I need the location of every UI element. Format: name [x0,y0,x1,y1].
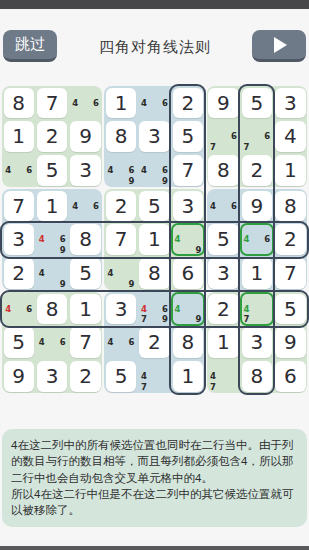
candidates: 49 [172,224,203,256]
play-button[interactable] [252,30,306,62]
cell-r2c3[interactable]: 9 [69,120,102,154]
candidates: 46 [105,327,136,359]
cell-r7c4[interactable]: 3 [104,292,137,326]
given-number: 5 [4,327,34,358]
cell-r8c1[interactable]: 5 [2,326,35,360]
candidate-4: 4 [172,234,182,245]
candidate-9: 9 [193,245,203,256]
cell-r1c7[interactable]: 9 [207,86,240,120]
candidate-6: 6 [160,165,170,176]
cell-r3c9[interactable]: 1 [274,153,307,187]
candidates: 49 [105,257,136,289]
candidates: 469 [139,154,170,186]
candidates: 47 [241,293,272,325]
cell-r5c7[interactable]: 5 [207,223,240,257]
candidate-7: 7 [241,142,251,153]
cell-r7c3[interactable]: 1 [69,292,102,326]
given-number: 2 [275,224,305,255]
given-number: 2 [173,88,203,119]
cell-r9c5[interactable]: 47 [138,359,171,393]
cell-r7c9[interactable]: 5 [274,292,307,326]
cell-r6c1[interactable]: 2 [2,256,35,290]
lesson-title: 四角对角线法则 [60,38,250,57]
cell-r2c9[interactable]: 4 [274,120,307,154]
given-number: 8 [106,121,136,152]
given-number: 3 [4,224,34,255]
cell-r4c6[interactable]: 3 [171,189,204,223]
cell-r8c6[interactable]: 8 [171,326,204,360]
candidate-7: 7 [241,314,251,325]
cell-r3c3[interactable]: 3 [69,153,102,187]
given-number: 2 [4,258,34,289]
cell-r4c9[interactable]: 8 [274,189,307,223]
given-number: 8 [208,155,238,186]
candidate-4: 4 [208,371,218,382]
candidates: 46 [208,190,239,222]
given-number: 1 [106,88,136,119]
box-1: 87461294653 [2,86,102,187]
candidates: 4679 [139,293,170,325]
cell-r1c8[interactable]: 5 [240,86,273,120]
given-number: 7 [106,224,136,255]
candidate-9: 9 [57,245,67,256]
cell-r2c2[interactable]: 2 [35,120,68,154]
candidates: 47 [139,360,170,392]
candidate-9: 9 [160,175,170,186]
cell-r3c8[interactable]: 2 [240,153,273,187]
cell-r2c5[interactable]: 3 [138,120,171,154]
candidate-6: 6 [160,304,170,315]
candidate-6: 6 [57,337,67,348]
cell-r8c2[interactable]: 46 [35,326,68,360]
cell-r7c5[interactable]: 4679 [138,292,171,326]
cell-r6c6[interactable]: 6 [171,256,204,290]
given-number: 3 [242,327,272,358]
cell-r7c7[interactable]: 2 [207,292,240,326]
given-number: 7 [275,258,305,289]
cell-r3c1[interactable]: 46 [2,153,35,187]
given-number: 9 [4,361,34,392]
candidates: 67 [208,121,239,153]
candidate-6: 6 [126,337,136,348]
given-number: 8 [70,224,100,255]
given-number: 7 [173,155,203,186]
cell-r2c7[interactable]: 67 [207,120,240,154]
candidate-4: 4 [172,304,182,315]
given-number: 1 [242,258,272,289]
candidates: 46 [3,154,34,186]
cell-r9c2[interactable]: 3 [35,359,68,393]
given-number: 3 [173,191,203,222]
cell-r3c6[interactable]: 7 [171,153,204,187]
cell-r6c3[interactable]: 5 [69,256,102,290]
cell-r1c3[interactable]: 46 [69,86,102,120]
given-number: 5 [37,155,67,186]
cell-r6c7[interactable]: 3 [207,256,240,290]
candidate-7: 7 [139,314,149,325]
candidates: 46 [70,190,101,222]
cell-r3c5[interactable]: 469 [138,153,171,187]
candidates: 46 [241,224,272,256]
candidate-6: 6 [160,98,170,109]
cell-r2c4[interactable]: 8 [104,120,137,154]
cell-r8c4[interactable]: 46 [104,326,137,360]
cell-r4c8[interactable]: 9 [240,189,273,223]
candidate-9: 9 [160,314,170,325]
candidate-9: 9 [193,314,203,325]
cell-r5c3[interactable]: 8 [69,223,102,257]
cell-r9c8[interactable]: 8 [240,359,273,393]
given-number: 5 [173,121,203,152]
candidates: 469 [105,154,136,186]
cell-r6c9[interactable]: 7 [274,256,307,290]
given-number: 9 [242,191,272,222]
given-number: 9 [275,327,305,358]
cell-r5c5[interactable]: 1 [138,223,171,257]
cell-r4c3[interactable]: 46 [69,189,102,223]
candidate-6: 6 [229,201,239,212]
skip-button[interactable]: 跳过 [3,30,57,62]
candidate-6: 6 [91,98,101,109]
given-number: 8 [139,258,169,289]
given-number: 5 [275,294,305,325]
box-7: 46815467932 [2,292,102,393]
cell-r1c1[interactable]: 8 [2,86,35,120]
candidates: 47 [208,360,239,392]
sudoku-board: 8746129465314628354694697953676748217146… [2,86,307,393]
given-number: 1 [37,191,67,222]
candidates: 46 [3,293,34,325]
candidate-4: 4 [208,201,218,212]
box-8: 346794946285471 [104,292,204,393]
candidates: 49 [172,293,203,325]
candidate-6: 6 [229,131,239,142]
box-6: 46985462317 [207,189,307,290]
box-5: 25371494986 [104,189,204,290]
cell-r5c1[interactable]: 3 [2,223,35,257]
given-number: 1 [139,224,169,255]
given-number: 2 [37,121,67,152]
given-number: 3 [139,121,169,152]
given-number: 8 [173,327,203,358]
candidate-6: 6 [126,165,136,176]
candidate-4: 4 [105,268,115,279]
cell-r1c2[interactable]: 7 [35,86,68,120]
cell-r4c1[interactable]: 7 [2,189,35,223]
candidate-4: 4 [70,201,80,212]
given-number: 5 [106,361,136,392]
cell-r9c3[interactable]: 2 [69,359,102,393]
candidates: 46 [36,327,67,359]
candidates: 49 [36,257,67,289]
given-number: 8 [242,361,272,392]
candidate-4: 4 [241,234,251,245]
cell-r2c6[interactable]: 5 [171,120,204,154]
cell-r6c8[interactable]: 1 [240,256,273,290]
given-number: 1 [208,327,238,358]
cell-r7c1[interactable]: 46 [2,292,35,326]
cell-r7c8[interactable]: 47 [240,292,273,326]
candidate-4: 4 [36,234,46,245]
cell-r4c7[interactable]: 46 [207,189,240,223]
cell-r8c5[interactable]: 2 [138,326,171,360]
given-number: 5 [208,224,238,255]
given-number: 3 [208,258,238,289]
cell-r2c8[interactable]: 67 [240,120,273,154]
given-number: 2 [106,191,136,222]
given-number: 4 [275,121,305,152]
box-3: 95367674821 [207,86,307,187]
cell-r5c4[interactable]: 7 [104,223,137,257]
cell-r1c9[interactable]: 3 [274,86,307,120]
given-number: 6 [173,258,203,289]
cell-r8c3[interactable]: 7 [69,326,102,360]
box-4: 7146346982495 [2,189,102,290]
given-number: 7 [70,327,100,358]
candidates: 46 [139,87,170,119]
cell-r9c1[interactable]: 9 [2,359,35,393]
given-number: 1 [4,121,34,152]
given-number: 8 [4,88,34,119]
candidate-4: 4 [70,98,80,109]
candidate-6: 6 [24,165,34,176]
cell-r8c9[interactable]: 9 [274,326,307,360]
cell-r3c4[interactable]: 469 [104,153,137,187]
cell-r4c4[interactable]: 2 [104,189,137,223]
candidate-6: 6 [91,201,101,212]
candidate-4: 4 [139,371,149,382]
candidate-4: 4 [105,165,115,176]
candidates: 46 [70,87,101,119]
cell-r8c7[interactable]: 1 [207,326,240,360]
candidates: 469 [36,224,67,256]
given-number: 2 [70,361,100,392]
explanation-paragraph-2: 所以4在这二行中但是不在这二列中的其它候选位置就可以被移除了。 [11,486,298,519]
cell-r9c7[interactable]: 47 [207,359,240,393]
candidate-4: 4 [3,304,13,315]
candidate-4: 4 [241,304,251,315]
candidate-4: 4 [139,165,149,176]
candidate-4: 4 [3,165,13,176]
candidate-9: 9 [126,175,136,186]
cell-r1c6[interactable]: 2 [171,86,204,120]
cell-r5c9[interactable]: 2 [274,223,307,257]
given-number: 5 [242,88,272,119]
candidate-4: 4 [139,304,149,315]
cell-r3c7[interactable]: 8 [207,153,240,187]
candidate-6: 6 [262,234,272,245]
cell-r6c2[interactable]: 49 [35,256,68,290]
given-number: 5 [139,191,169,222]
given-number: 3 [70,155,100,186]
candidate-6: 6 [262,131,272,142]
cell-r2c1[interactable]: 1 [2,120,35,154]
cell-r7c2[interactable]: 8 [35,292,68,326]
given-number: 6 [275,361,305,392]
box-9: 24751394786 [207,292,307,393]
given-number: 1 [275,155,305,186]
candidate-9: 9 [57,278,67,289]
cell-r4c2[interactable]: 1 [35,189,68,223]
cell-r6c4[interactable]: 49 [104,256,137,290]
given-number: 9 [208,88,238,119]
given-number: 2 [139,327,169,358]
cell-r9c4[interactable]: 5 [104,359,137,393]
candidate-4: 4 [36,268,46,279]
given-number: 7 [4,191,34,222]
explanation-panel: 4在这二列中的所有候选位置也同时在二行当中。由于列的数目与行的数目相等，而且每列… [2,429,307,527]
given-number: 3 [275,88,305,119]
given-number: 2 [242,155,272,186]
given-number: 9 [70,121,100,152]
given-number: 5 [70,258,100,289]
given-number: 3 [106,294,136,325]
cell-r9c6[interactable]: 1 [171,359,204,393]
cell-r3c2[interactable]: 5 [35,153,68,187]
explanation-paragraph-1: 4在这二列中的所有候选位置也同时在二行当中。由于列的数目与行的数目相等，而且每列… [11,437,298,486]
cell-r5c2[interactable]: 469 [35,223,68,257]
cell-r7c6[interactable]: 49 [171,292,204,326]
candidate-9: 9 [126,278,136,289]
cell-r5c8[interactable]: 46 [240,223,273,257]
candidate-7: 7 [208,142,218,153]
cell-r1c5[interactable]: 46 [138,86,171,120]
cell-r6c5[interactable]: 8 [138,256,171,290]
candidate-6: 6 [24,304,34,315]
candidate-6: 6 [57,234,67,245]
candidate-7: 7 [208,381,218,392]
cell-r1c4[interactable]: 1 [104,86,137,120]
candidate-4: 4 [36,337,46,348]
cell-r4c5[interactable]: 5 [138,189,171,223]
candidate-4: 4 [139,98,149,109]
candidates: 67 [241,121,272,153]
given-number: 2 [208,294,238,325]
cell-r5c6[interactable]: 49 [171,223,204,257]
box-2: 14628354694697 [104,86,204,187]
play-icon [274,37,287,53]
bottom-edge-bar [0,546,309,550]
cell-r8c8[interactable]: 3 [240,326,273,360]
cell-r9c9[interactable]: 6 [274,359,307,393]
given-number: 1 [173,361,203,392]
given-number: 7 [37,88,67,119]
candidate-7: 7 [139,381,149,392]
given-number: 8 [275,191,305,222]
status-bar [0,0,309,9]
given-number: 3 [37,361,67,392]
candidate-4: 4 [105,337,115,348]
given-number: 1 [70,294,100,325]
given-number: 8 [37,294,67,325]
